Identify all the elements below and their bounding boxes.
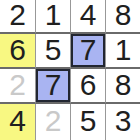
cell-r2c3[interactable]: 7 bbox=[71, 34, 106, 69]
cell-value: 6 bbox=[80, 70, 97, 100]
cell-r1c3[interactable]: 4 bbox=[71, 0, 106, 34]
cell-value: 2 bbox=[9, 0, 26, 30]
cell-value: 5 bbox=[45, 35, 62, 65]
cell-r3c1[interactable]: 2 bbox=[0, 69, 36, 104]
cell-r2c4[interactable]: 1 bbox=[106, 34, 140, 69]
cell-value: 4 bbox=[9, 106, 26, 136]
cell-value: 7 bbox=[80, 35, 97, 65]
cell-r3c4[interactable]: 8 bbox=[106, 69, 140, 104]
cell-r1c4[interactable]: 8 bbox=[106, 0, 140, 34]
cell-r1c1[interactable]: 2 bbox=[0, 0, 36, 34]
cell-r3c3[interactable]: 6 bbox=[71, 69, 106, 104]
cell-value: 3 bbox=[115, 106, 132, 136]
sudoku-board: 2148657127684253 bbox=[0, 0, 140, 140]
cell-value: 8 bbox=[115, 0, 132, 30]
cell-value: 8 bbox=[115, 70, 132, 100]
cell-r1c2[interactable]: 1 bbox=[36, 0, 71, 34]
cell-r4c2[interactable]: 2 bbox=[36, 104, 71, 140]
cell-r4c3[interactable]: 5 bbox=[71, 104, 106, 140]
cell-value: 5 bbox=[80, 106, 97, 136]
cell-value: 6 bbox=[9, 35, 26, 65]
cell-value: 7 bbox=[45, 70, 62, 100]
cell-r2c1[interactable]: 6 bbox=[0, 34, 36, 69]
cell-value: 4 bbox=[80, 0, 97, 30]
cell-value: 2 bbox=[9, 70, 26, 100]
cell-r2c2[interactable]: 5 bbox=[36, 34, 71, 69]
cell-r4c4[interactable]: 3 bbox=[106, 104, 140, 140]
cell-value: 1 bbox=[45, 0, 62, 30]
cell-r4c1[interactable]: 4 bbox=[0, 104, 36, 140]
cell-value: 1 bbox=[115, 35, 132, 65]
cell-value: 2 bbox=[45, 106, 62, 136]
cell-r3c2[interactable]: 7 bbox=[36, 69, 71, 104]
